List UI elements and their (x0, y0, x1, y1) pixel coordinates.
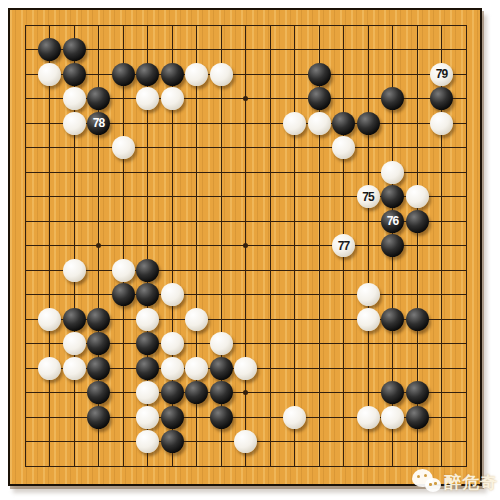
intersection (282, 111, 307, 136)
intersection: 76 (380, 209, 405, 234)
intersection (37, 86, 62, 111)
move-number-label: 79 (436, 68, 447, 80)
intersection (160, 37, 185, 62)
intersection (160, 184, 185, 209)
white-stone (38, 357, 61, 380)
white-stone (357, 283, 380, 306)
black-stone (63, 308, 86, 331)
intersection (429, 331, 454, 356)
intersection (184, 135, 209, 160)
intersection (184, 184, 209, 209)
intersection (233, 258, 258, 283)
intersection (380, 356, 405, 381)
intersection (307, 258, 332, 283)
intersection (405, 405, 430, 430)
white-stone (63, 259, 86, 282)
intersection (13, 86, 38, 111)
watermark-text: 醉危奇 (444, 471, 498, 494)
black-stone (136, 357, 159, 380)
intersection (62, 380, 87, 405)
intersection (111, 135, 136, 160)
intersection (62, 258, 87, 283)
intersection (331, 135, 356, 160)
intersection (258, 160, 283, 185)
black-stone (357, 112, 380, 135)
white-stone (185, 308, 208, 331)
intersection (209, 282, 234, 307)
intersection (62, 356, 87, 381)
black-stone: 78 (87, 112, 110, 135)
intersection (258, 111, 283, 136)
white-stone: 79 (430, 63, 453, 86)
intersection (258, 454, 283, 479)
black-stone (161, 63, 184, 86)
white-stone: 77 (332, 234, 355, 257)
intersection (454, 356, 479, 381)
intersection (209, 258, 234, 283)
intersection (282, 429, 307, 454)
intersection (307, 37, 332, 62)
intersection (37, 160, 62, 185)
intersection (307, 209, 332, 234)
intersection (111, 429, 136, 454)
black-stone (112, 283, 135, 306)
intersection (282, 405, 307, 430)
white-stone (63, 332, 86, 355)
intersection (13, 37, 38, 62)
intersection (62, 135, 87, 160)
intersection (111, 37, 136, 62)
intersection (258, 37, 283, 62)
intersection (13, 184, 38, 209)
intersection (184, 429, 209, 454)
intersection (37, 282, 62, 307)
intersection (233, 233, 258, 258)
intersection (111, 209, 136, 234)
intersection (258, 405, 283, 430)
intersection (233, 184, 258, 209)
intersection (111, 160, 136, 185)
white-stone (210, 332, 233, 355)
intersection (13, 111, 38, 136)
intersection (307, 307, 332, 332)
intersection (13, 356, 38, 381)
intersection (405, 209, 430, 234)
intersection (258, 209, 283, 234)
intersection (380, 380, 405, 405)
intersection (111, 331, 136, 356)
intersection (37, 405, 62, 430)
intersection (258, 307, 283, 332)
white-stone (283, 112, 306, 135)
intersection (135, 160, 160, 185)
white-stone: 75 (357, 185, 380, 208)
black-stone (381, 185, 404, 208)
intersection (258, 380, 283, 405)
intersection (233, 37, 258, 62)
intersection (429, 184, 454, 209)
intersection (331, 160, 356, 185)
white-stone (136, 406, 159, 429)
intersection (331, 380, 356, 405)
intersection (135, 86, 160, 111)
intersection (307, 331, 332, 356)
intersection (135, 62, 160, 87)
intersection (307, 184, 332, 209)
intersection (184, 331, 209, 356)
intersection (356, 405, 381, 430)
intersection (160, 62, 185, 87)
intersection (209, 62, 234, 87)
intersection (356, 356, 381, 381)
white-stone (234, 430, 257, 453)
intersection (454, 282, 479, 307)
intersection (160, 209, 185, 234)
intersection: 79 (429, 62, 454, 87)
black-stone (210, 381, 233, 404)
black-stone (63, 38, 86, 61)
intersection (209, 184, 234, 209)
intersection (356, 86, 381, 111)
intersection (233, 331, 258, 356)
intersection (209, 405, 234, 430)
intersection (380, 307, 405, 332)
intersection (62, 331, 87, 356)
intersection (160, 160, 185, 185)
intersection (13, 282, 38, 307)
intersection (429, 160, 454, 185)
intersection (160, 111, 185, 136)
intersection (282, 282, 307, 307)
white-stone (161, 87, 184, 110)
intersection (331, 429, 356, 454)
intersection (13, 13, 38, 38)
intersection (86, 282, 111, 307)
intersection (62, 184, 87, 209)
intersection (184, 160, 209, 185)
intersection (184, 405, 209, 430)
intersection (307, 405, 332, 430)
intersection (356, 282, 381, 307)
black-stone (210, 357, 233, 380)
intersection (209, 135, 234, 160)
intersection (429, 111, 454, 136)
intersection (209, 429, 234, 454)
black-stone (381, 381, 404, 404)
intersection (282, 233, 307, 258)
intersection (233, 356, 258, 381)
intersection (160, 13, 185, 38)
white-stone (308, 112, 331, 135)
intersection (429, 233, 454, 258)
intersection (405, 233, 430, 258)
intersection (331, 62, 356, 87)
intersection (160, 135, 185, 160)
black-stone (87, 381, 110, 404)
intersection (356, 111, 381, 136)
intersection (282, 307, 307, 332)
intersection (37, 356, 62, 381)
intersection (233, 135, 258, 160)
white-stone (136, 430, 159, 453)
intersection (160, 258, 185, 283)
white-stone (381, 406, 404, 429)
intersection (233, 209, 258, 234)
intersection (62, 405, 87, 430)
intersection (380, 13, 405, 38)
intersection (62, 86, 87, 111)
intersection (282, 37, 307, 62)
intersection (282, 331, 307, 356)
intersection (135, 13, 160, 38)
intersection (13, 160, 38, 185)
intersection (86, 405, 111, 430)
black-stone (381, 87, 404, 110)
intersection (429, 13, 454, 38)
intersection (331, 13, 356, 38)
intersection (37, 135, 62, 160)
intersection (111, 405, 136, 430)
black-stone (87, 332, 110, 355)
intersection (331, 454, 356, 479)
intersection (37, 429, 62, 454)
intersection (454, 405, 479, 430)
intersection (184, 111, 209, 136)
black-stone (63, 63, 86, 86)
intersection (405, 86, 430, 111)
intersection (13, 209, 38, 234)
intersection (454, 209, 479, 234)
intersection (233, 13, 258, 38)
intersection (37, 13, 62, 38)
intersection (135, 282, 160, 307)
intersection (405, 307, 430, 332)
intersection (331, 184, 356, 209)
board-intersections: 7978757677 (13, 13, 479, 479)
intersection (405, 135, 430, 160)
intersection (356, 13, 381, 38)
intersection (37, 62, 62, 87)
intersection (111, 233, 136, 258)
intersection (209, 209, 234, 234)
intersection (454, 135, 479, 160)
intersection (111, 86, 136, 111)
intersection (356, 135, 381, 160)
intersection (429, 258, 454, 283)
intersection (135, 331, 160, 356)
intersection (258, 429, 283, 454)
white-stone (63, 357, 86, 380)
intersection (380, 160, 405, 185)
intersection (429, 135, 454, 160)
black-stone (406, 406, 429, 429)
intersection (258, 233, 283, 258)
intersection (184, 62, 209, 87)
intersection (307, 454, 332, 479)
go-board[interactable]: 7978757677 醉危奇 (8, 8, 482, 486)
intersection (258, 135, 283, 160)
intersection (233, 307, 258, 332)
intersection (258, 258, 283, 283)
intersection (184, 13, 209, 38)
intersection (184, 380, 209, 405)
intersection (13, 258, 38, 283)
intersection (405, 258, 430, 283)
intersection (209, 307, 234, 332)
intersection (356, 454, 381, 479)
intersection (307, 160, 332, 185)
intersection (454, 380, 479, 405)
intersection (37, 209, 62, 234)
black-stone (136, 332, 159, 355)
white-stone (63, 112, 86, 135)
black-stone (406, 381, 429, 404)
intersection (258, 331, 283, 356)
intersection (429, 86, 454, 111)
intersection (135, 454, 160, 479)
intersection (307, 380, 332, 405)
intersection (62, 209, 87, 234)
black-stone (161, 381, 184, 404)
white-stone (283, 406, 306, 429)
intersection (86, 307, 111, 332)
intersection (380, 258, 405, 283)
intersection (233, 62, 258, 87)
intersection (405, 429, 430, 454)
white-stone (210, 63, 233, 86)
intersection (233, 454, 258, 479)
intersection (13, 135, 38, 160)
intersection (111, 62, 136, 87)
intersection (86, 331, 111, 356)
intersection (135, 209, 160, 234)
intersection (454, 111, 479, 136)
intersection (356, 37, 381, 62)
intersection (454, 233, 479, 258)
intersection (62, 13, 87, 38)
intersection (429, 307, 454, 332)
intersection: 77 (331, 233, 356, 258)
intersection (86, 380, 111, 405)
intersection (258, 13, 283, 38)
intersection (282, 380, 307, 405)
intersection (331, 209, 356, 234)
black-stone (332, 112, 355, 135)
intersection (62, 160, 87, 185)
intersection (429, 356, 454, 381)
intersection (13, 429, 38, 454)
intersection (86, 37, 111, 62)
intersection (454, 160, 479, 185)
intersection (331, 111, 356, 136)
white-stone (234, 357, 257, 380)
intersection (86, 429, 111, 454)
intersection (405, 356, 430, 381)
intersection (454, 429, 479, 454)
white-stone (112, 259, 135, 282)
intersection (429, 37, 454, 62)
intersection (135, 405, 160, 430)
intersection (233, 429, 258, 454)
intersection (307, 429, 332, 454)
intersection (135, 356, 160, 381)
intersection (209, 37, 234, 62)
intersection (454, 258, 479, 283)
intersection (111, 380, 136, 405)
intersection (233, 380, 258, 405)
intersection (62, 282, 87, 307)
black-stone (112, 63, 135, 86)
intersection (86, 13, 111, 38)
intersection (13, 62, 38, 87)
intersection (62, 307, 87, 332)
intersection (86, 356, 111, 381)
intersection (62, 454, 87, 479)
black-stone (210, 406, 233, 429)
intersection (380, 62, 405, 87)
intersection (86, 209, 111, 234)
intersection (13, 380, 38, 405)
intersection (160, 405, 185, 430)
intersection (356, 380, 381, 405)
intersection (356, 258, 381, 283)
white-stone (136, 308, 159, 331)
intersection (37, 331, 62, 356)
intersection (429, 209, 454, 234)
intersection (331, 282, 356, 307)
black-stone (161, 406, 184, 429)
intersection (233, 111, 258, 136)
intersection (111, 184, 136, 209)
intersection (454, 331, 479, 356)
intersection (405, 37, 430, 62)
intersection (380, 454, 405, 479)
intersection (454, 86, 479, 111)
intersection (209, 160, 234, 185)
intersection (13, 233, 38, 258)
intersection (356, 160, 381, 185)
move-number-label: 76 (387, 215, 398, 227)
intersection (429, 282, 454, 307)
intersection (135, 135, 160, 160)
intersection (86, 62, 111, 87)
intersection (184, 86, 209, 111)
black-stone (308, 87, 331, 110)
intersection (86, 184, 111, 209)
intersection (111, 13, 136, 38)
go-diagram-page: 7978757677 醉危奇 (0, 0, 500, 500)
intersection (184, 282, 209, 307)
intersection (62, 62, 87, 87)
intersection (282, 184, 307, 209)
move-number-label: 75 (362, 191, 373, 203)
intersection (86, 160, 111, 185)
black-stone (406, 210, 429, 233)
watermark: 醉危奇 (411, 465, 500, 499)
black-stone (136, 63, 159, 86)
black-stone (87, 357, 110, 380)
intersection (184, 258, 209, 283)
intersection (209, 454, 234, 479)
white-stone (161, 357, 184, 380)
black-stone (308, 63, 331, 86)
intersection (282, 209, 307, 234)
intersection (380, 233, 405, 258)
intersection (184, 454, 209, 479)
intersection (258, 184, 283, 209)
intersection (307, 62, 332, 87)
black-stone (38, 38, 61, 61)
